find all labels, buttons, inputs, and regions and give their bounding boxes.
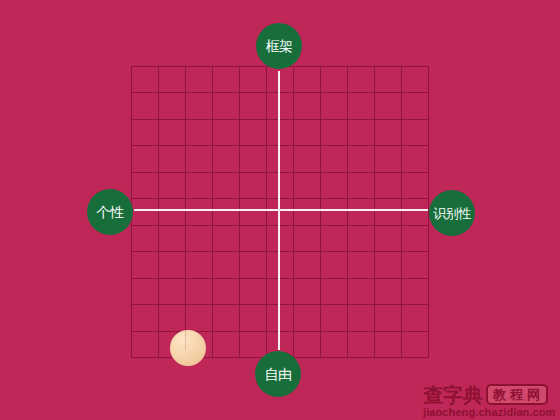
board-cell [267,252,294,278]
board-cell [240,120,267,146]
go-stone [170,330,206,366]
board-cell [402,67,429,93]
positioning-map: 框架 个性 识别性 自由 查字典 教程网 jiaocheng.chazidian… [0,0,560,420]
board-cell [348,252,375,278]
board-cell [159,93,186,119]
board-cell [375,146,402,172]
board-cell [294,305,321,331]
axis-label-top: 框架 [256,23,302,69]
board-cell [294,199,321,225]
board-cell [267,199,294,225]
watermark-row: 查字典 教程网 [423,383,555,406]
board-cell [375,252,402,278]
board-cell [186,93,213,119]
board-cell [402,226,429,252]
board-cell [294,67,321,93]
board-cell [159,279,186,305]
board-cell [132,332,159,358]
board-cell [348,305,375,331]
board-cell [321,93,348,119]
board-cell [375,67,402,93]
board-cell [186,305,213,331]
board-cell [294,279,321,305]
board-cell [132,305,159,331]
board-grid [131,66,429,358]
axis-label-left: 个性 [87,189,133,235]
board-cell [267,305,294,331]
board-cell [321,226,348,252]
watermark-badge: 教程网 [486,384,548,405]
board-cell [402,199,429,225]
board-cell [186,279,213,305]
board-cell [321,305,348,331]
board-cell [240,305,267,331]
board-cell [159,305,186,331]
board-cell [132,67,159,93]
board-cell [375,120,402,146]
board-cell [294,332,321,358]
watermark: 查字典 教程网 jiaocheng.chazidian.com [423,383,555,418]
board-cell [321,332,348,358]
board-cell [240,173,267,199]
board-cell [132,226,159,252]
board-cell [348,67,375,93]
board-cell [402,305,429,331]
board-cell [213,146,240,172]
board-cell [240,252,267,278]
board-cell [240,67,267,93]
board-cell [402,252,429,278]
board-cell [348,173,375,199]
watermark-brand: 查字典 [423,385,483,405]
watermark-url: jiaocheng.chazidian.com [423,406,555,418]
horizontal-axis-line [134,209,428,211]
board-cell [159,226,186,252]
board-cell [267,173,294,199]
board-cell [186,67,213,93]
board-cell [267,279,294,305]
board-cell [348,332,375,358]
board-cell [213,173,240,199]
board-cell [321,120,348,146]
board-cell [348,199,375,225]
board-cell [213,332,240,358]
board-cell [213,199,240,225]
board-cell [294,252,321,278]
board-cell [159,67,186,93]
board-cell [375,305,402,331]
board-cell [186,252,213,278]
board-cell [267,67,294,93]
board-cell [159,199,186,225]
board-cell [240,93,267,119]
board-cell [213,93,240,119]
board-cell [402,279,429,305]
board-cell [321,199,348,225]
board-cell [294,226,321,252]
board-cell [132,279,159,305]
board-cell [375,279,402,305]
board-cell [348,120,375,146]
board-cell [186,146,213,172]
board-cell [348,146,375,172]
board-cell [159,146,186,172]
board-cell [213,305,240,331]
board-cell [267,93,294,119]
board-cell [132,93,159,119]
board-cell [186,199,213,225]
board-cell [321,279,348,305]
board-cell [402,120,429,146]
board-cell [240,146,267,172]
board-cell [132,120,159,146]
board-cell [159,252,186,278]
board-cell [240,279,267,305]
board-cell [294,93,321,119]
board-cell [240,226,267,252]
board-cell [132,173,159,199]
board-cell [375,173,402,199]
board-cell [402,146,429,172]
board-cell [213,120,240,146]
board-cell [186,120,213,146]
board-cell [186,226,213,252]
board-cell [213,67,240,93]
board-cell [213,226,240,252]
board-cell [267,146,294,172]
board-cell [348,226,375,252]
board-cell [132,252,159,278]
board-cell [348,279,375,305]
board-cell [375,226,402,252]
board-cell [186,173,213,199]
board-cell [321,173,348,199]
board-cell [267,226,294,252]
board-cell [402,93,429,119]
board-cell [321,67,348,93]
board-cell [132,199,159,225]
board-cell [240,199,267,225]
board-cell [402,173,429,199]
board-cell [375,199,402,225]
board-cell [159,120,186,146]
board-cell [240,332,267,358]
board-cell [375,332,402,358]
board-cell [132,146,159,172]
board-cell [294,146,321,172]
board-cell [321,146,348,172]
board-cell [294,173,321,199]
board-cell [213,279,240,305]
axis-label-bottom: 自由 [255,351,301,397]
board-cell [402,332,429,358]
board-cell [267,120,294,146]
board-cell [159,173,186,199]
axis-label-right: 识别性 [429,190,475,236]
board-cell [348,93,375,119]
board-cell [213,252,240,278]
board-cell [321,252,348,278]
board-cell [294,120,321,146]
board-cell [375,93,402,119]
